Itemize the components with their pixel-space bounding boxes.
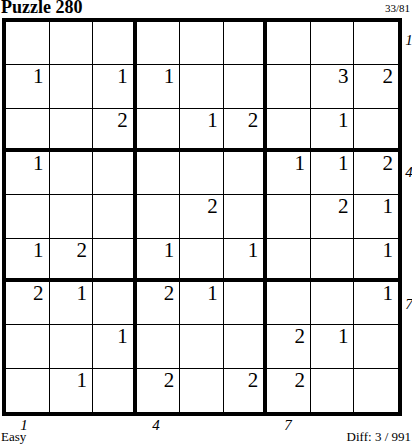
cell-r8c6[interactable] xyxy=(224,325,268,368)
cell-r8c4[interactable] xyxy=(137,325,181,368)
cell-r7c2[interactable]: 1 xyxy=(50,282,94,325)
row-coordinate-1: 1 xyxy=(403,33,412,48)
cell-r4c9[interactable]: 2 xyxy=(354,152,398,195)
difficulty-label: Easy xyxy=(1,429,26,445)
cell-r6c8[interactable] xyxy=(311,239,355,282)
cell-r1c5[interactable] xyxy=(180,22,224,65)
cell-r6c6[interactable]: 1 xyxy=(224,239,268,282)
cell-r3c7[interactable] xyxy=(267,109,311,152)
cell-r7c5[interactable]: 1 xyxy=(180,282,224,325)
cell-r3c2[interactable] xyxy=(50,109,94,152)
cell-r7c1[interactable]: 2 xyxy=(6,282,50,325)
cell-r6c1[interactable]: 1 xyxy=(6,239,50,282)
cell-r8c1[interactable] xyxy=(6,325,50,368)
cell-r4c6[interactable] xyxy=(224,152,268,195)
cell-r9c5[interactable] xyxy=(180,369,224,412)
cell-r8c5[interactable] xyxy=(180,325,224,368)
cell-r2c7[interactable] xyxy=(267,65,311,108)
cell-r9c9[interactable] xyxy=(354,369,398,412)
cell-r5c4[interactable] xyxy=(137,195,181,238)
cell-r5c3[interactable] xyxy=(93,195,137,238)
cell-r9c4[interactable]: 2 xyxy=(137,369,181,412)
cell-r8c8[interactable]: 1 xyxy=(311,325,355,368)
cell-r2c3[interactable]: 1 xyxy=(93,65,137,108)
cell-r1c7[interactable] xyxy=(267,22,311,65)
cell-r6c4[interactable]: 1 xyxy=(137,239,181,282)
cell-r5c8[interactable]: 2 xyxy=(311,195,355,238)
cell-r1c9[interactable] xyxy=(354,22,398,65)
cell-r7c4[interactable]: 2 xyxy=(137,282,181,325)
cell-r4c8[interactable]: 1 xyxy=(311,152,355,195)
cell-r4c4[interactable] xyxy=(137,152,181,195)
row-coordinate-7: 7 xyxy=(403,297,412,312)
cell-r1c8[interactable] xyxy=(311,22,355,65)
cell-r3c3[interactable]: 2 xyxy=(93,109,137,152)
cell-r5c1[interactable] xyxy=(6,195,50,238)
cell-r1c3[interactable] xyxy=(93,22,137,65)
cell-r9c1[interactable] xyxy=(6,369,50,412)
cell-r6c7[interactable] xyxy=(267,239,311,282)
cell-r9c6[interactable]: 2 xyxy=(224,369,268,412)
col-coordinate-4: 4 xyxy=(150,418,162,433)
cell-r7c8[interactable] xyxy=(311,282,355,325)
clue-count: 33/81 xyxy=(385,2,410,14)
sudoku-grid: 111322121111222112111212111211222 xyxy=(2,18,402,416)
cell-r5c9[interactable]: 1 xyxy=(354,195,398,238)
cell-r2c1[interactable]: 1 xyxy=(6,65,50,108)
cell-r2c5[interactable] xyxy=(180,65,224,108)
cell-r3c4[interactable] xyxy=(137,109,181,152)
cell-r6c9[interactable]: 1 xyxy=(354,239,398,282)
cell-r7c7[interactable] xyxy=(267,282,311,325)
cell-r7c6[interactable] xyxy=(224,282,268,325)
cell-r3c1[interactable] xyxy=(6,109,50,152)
cell-r6c5[interactable] xyxy=(180,239,224,282)
cell-r6c2[interactable]: 2 xyxy=(50,239,94,282)
cell-r8c7[interactable]: 2 xyxy=(267,325,311,368)
difficulty-ratio: Diff: 3 / 991 xyxy=(347,429,411,445)
cell-r5c7[interactable] xyxy=(267,195,311,238)
cell-r6c3[interactable] xyxy=(93,239,137,282)
cell-r4c3[interactable] xyxy=(93,152,137,195)
cell-r4c7[interactable]: 1 xyxy=(267,152,311,195)
cell-r2c8[interactable]: 3 xyxy=(311,65,355,108)
cell-r9c8[interactable] xyxy=(311,369,355,412)
cell-r1c4[interactable] xyxy=(137,22,181,65)
cell-r8c2[interactable] xyxy=(50,325,94,368)
cell-r2c2[interactable] xyxy=(50,65,94,108)
cell-r8c9[interactable] xyxy=(354,325,398,368)
cell-r4c2[interactable] xyxy=(50,152,94,195)
cell-r1c6[interactable] xyxy=(224,22,268,65)
col-coordinate-7: 7 xyxy=(282,418,294,433)
cell-r2c9[interactable]: 2 xyxy=(354,65,398,108)
cell-r2c4[interactable]: 1 xyxy=(137,65,181,108)
cell-r9c3[interactable] xyxy=(93,369,137,412)
cell-r3c9[interactable] xyxy=(354,109,398,152)
page-title: Puzzle 280 xyxy=(1,0,82,18)
cell-r1c2[interactable] xyxy=(50,22,94,65)
cell-r4c5[interactable] xyxy=(180,152,224,195)
row-coordinate-4: 4 xyxy=(403,165,412,180)
cell-r2c6[interactable] xyxy=(224,65,268,108)
cell-r5c5[interactable]: 2 xyxy=(180,195,224,238)
cell-r7c3[interactable] xyxy=(93,282,137,325)
cell-r7c9[interactable]: 1 xyxy=(354,282,398,325)
cell-r5c2[interactable] xyxy=(50,195,94,238)
cell-r9c7[interactable]: 2 xyxy=(267,369,311,412)
cell-r3c5[interactable]: 1 xyxy=(180,109,224,152)
puzzle-page: Puzzle 280 33/81 11132212111122211211121… xyxy=(0,0,412,446)
cell-r3c6[interactable]: 2 xyxy=(224,109,268,152)
cell-r4c1[interactable]: 1 xyxy=(6,152,50,195)
cell-r9c2[interactable]: 1 xyxy=(50,369,94,412)
cell-r1c1[interactable] xyxy=(6,22,50,65)
cell-r3c8[interactable]: 1 xyxy=(311,109,355,152)
cell-r5c6[interactable] xyxy=(224,195,268,238)
cell-r8c3[interactable]: 1 xyxy=(93,325,137,368)
